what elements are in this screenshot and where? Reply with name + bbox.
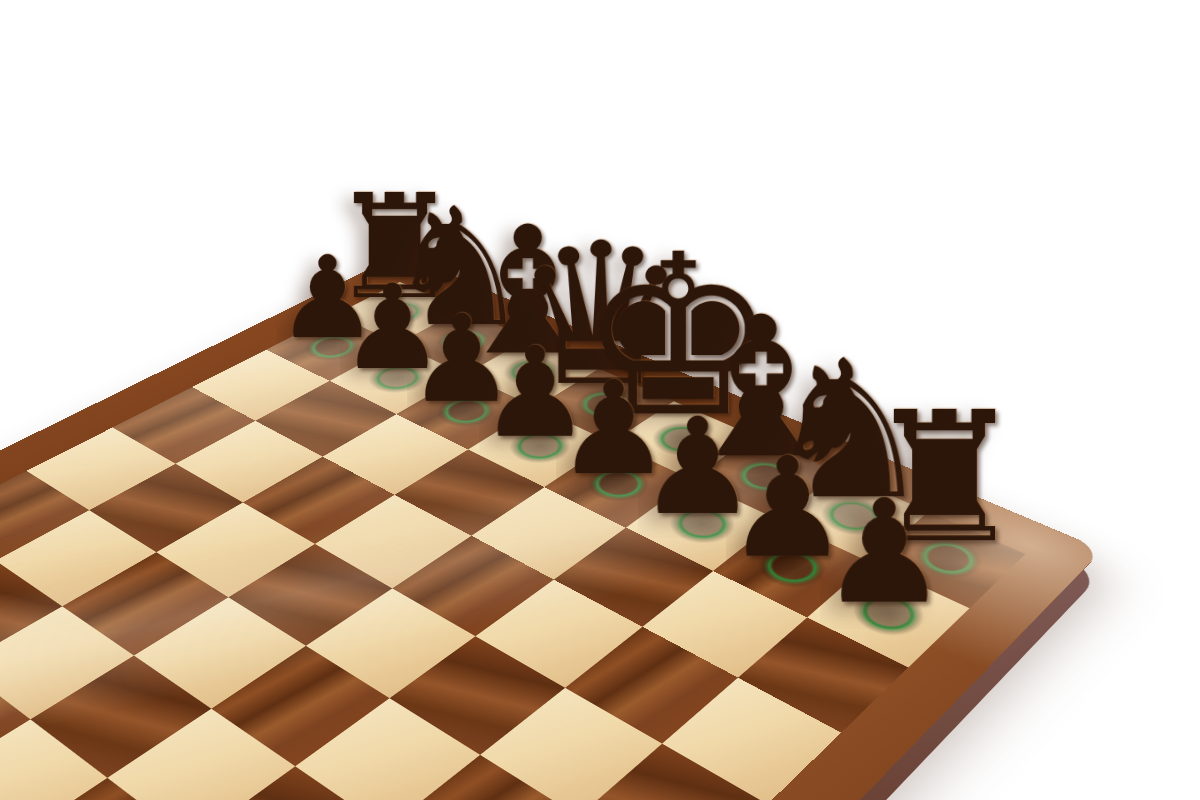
product-photo-canvas: ♜♞♝♛♚♝♞♜♟♟♟♟♟♟♟♟ <box>0 0 1200 800</box>
square-e5 <box>392 536 554 636</box>
perspective-scene: ♜♞♝♛♚♝♞♜♟♟♟♟♟♟♟♟ <box>0 0 1200 800</box>
chess-board: ♜♞♝♛♚♝♞♜♟♟♟♟♟♟♟♟ <box>0 254 1103 800</box>
board-frame: ♜♞♝♛♚♝♞♜♟♟♟♟♟♟♟♟ <box>0 254 1103 800</box>
piece-dark-pawn: ♟ <box>819 480 948 623</box>
board-grid: ♜♞♝♛♚♝♞♜♟♟♟♟♟♟♟♟ <box>0 282 1025 800</box>
